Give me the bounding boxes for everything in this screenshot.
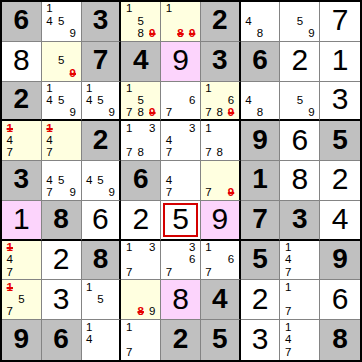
cell-value: 1 xyxy=(252,165,268,193)
crossed-mark-9: 9 xyxy=(67,67,79,79)
pencil-mark-9: 9 xyxy=(306,28,318,40)
pencil-marks: 79 xyxy=(203,162,237,199)
pencil-mark-7: 7 xyxy=(203,106,214,118)
pencil-mark-4: 4 xyxy=(282,334,294,347)
pencil-mark-1: 1 xyxy=(84,321,95,334)
cell-r8c2[interactable]: 3 xyxy=(42,280,82,320)
cell-r3c7[interactable]: 48 xyxy=(241,82,281,122)
empty-mark-slot xyxy=(294,28,306,40)
cell-r3c1[interactable]: 2 xyxy=(2,82,42,122)
empty-mark-slot xyxy=(147,147,159,159)
empty-mark-slot xyxy=(135,281,147,293)
cell-value: 6 xyxy=(92,204,109,234)
empty-mark-slot xyxy=(163,242,175,254)
cell-r2c8[interactable]: 2 xyxy=(280,42,320,82)
cell-r5c3[interactable]: 459 xyxy=(82,161,122,201)
cell-r2c4[interactable]: 4 xyxy=(121,42,161,82)
cell-r6c6[interactable]: 9 xyxy=(201,201,241,241)
sudoku-board: 6145931589189248597859749362121459145915… xyxy=(0,0,362,362)
empty-mark-slot xyxy=(175,242,187,254)
empty-mark-slot xyxy=(306,242,318,254)
cell-value: 2 xyxy=(132,204,149,234)
pencil-marks: 147 xyxy=(282,321,317,359)
cell-value: 2 xyxy=(93,126,109,154)
cell-r1c2[interactable]: 1459 xyxy=(42,2,82,42)
empty-mark-slot xyxy=(135,266,147,278)
empty-mark-slot xyxy=(106,306,117,318)
empty-mark-slot xyxy=(163,15,175,27)
empty-mark-slot xyxy=(55,162,67,174)
cell-r8c3[interactable]: 15 xyxy=(82,280,122,320)
empty-mark-slot xyxy=(147,94,159,106)
pencil-mark-8: 8 xyxy=(135,106,147,118)
cell-r9c6[interactable]: 5 xyxy=(201,320,241,360)
cell-r8c8[interactable]: 17 xyxy=(280,280,320,320)
empty-mark-slot xyxy=(203,94,214,106)
cell-r9c1[interactable]: 9 xyxy=(2,320,42,360)
cell-value: 5 xyxy=(212,325,228,353)
cell-r1c7[interactable]: 48 xyxy=(241,2,281,42)
empty-mark-slot xyxy=(147,294,159,306)
empty-mark-slot xyxy=(175,266,187,278)
cell-value: 1 xyxy=(13,204,30,234)
empty-mark-slot xyxy=(67,162,79,174)
empty-mark-slot xyxy=(175,83,187,95)
cell-r6c5[interactable]: 5 xyxy=(161,201,201,241)
empty-mark-slot xyxy=(203,162,214,174)
cell-r3c5[interactable]: 67 xyxy=(161,82,201,122)
empty-mark-slot xyxy=(16,242,28,254)
cell-r7c5[interactable]: 367 xyxy=(161,241,201,281)
empty-mark-slot xyxy=(175,3,187,15)
cell-r9c4[interactable]: 17 xyxy=(121,320,161,360)
pencil-mark-6: 6 xyxy=(225,254,236,266)
empty-mark-slot xyxy=(163,94,175,106)
empty-mark-slot xyxy=(306,321,318,334)
pencil-marks: 1459 xyxy=(44,3,79,40)
empty-mark-slot xyxy=(294,306,306,318)
empty-mark-slot xyxy=(95,187,106,199)
pencil-mark-9: 9 xyxy=(147,306,159,318)
cell-r9c8[interactable]: 147 xyxy=(280,320,320,360)
empty-mark-slot xyxy=(163,162,175,174)
cell-r4c2[interactable]: 147 xyxy=(42,121,82,161)
empty-mark-slot xyxy=(186,135,198,147)
pencil-marks: 16789 xyxy=(203,83,237,119)
cell-r4c1[interactable]: 147 xyxy=(2,121,42,161)
empty-mark-slot xyxy=(67,147,79,159)
empty-mark-slot xyxy=(147,3,159,15)
pencil-marks: 1459 xyxy=(44,83,79,119)
pencil-mark-4: 4 xyxy=(4,135,16,147)
empty-mark-slot xyxy=(27,306,39,318)
pencil-mark-4: 4 xyxy=(84,334,95,347)
empty-mark-slot xyxy=(147,266,159,278)
cell-r5c2[interactable]: 4579 xyxy=(42,161,82,201)
cell-r3c3[interactable]: 1459 xyxy=(82,82,122,122)
cell-r7c6[interactable]: 167 xyxy=(201,241,241,281)
cell-r4c4[interactable]: 1378 xyxy=(121,121,161,161)
cell-r2c3[interactable]: 7 xyxy=(82,42,122,82)
empty-mark-slot xyxy=(135,135,147,147)
empty-mark-slot xyxy=(95,334,106,347)
empty-mark-slot xyxy=(67,3,79,15)
cell-r5c6[interactable]: 79 xyxy=(201,161,241,201)
empty-mark-slot xyxy=(27,147,39,159)
empty-mark-slot xyxy=(27,254,39,266)
cell-r3c9[interactable]: 3 xyxy=(320,82,360,122)
empty-mark-slot xyxy=(214,174,225,186)
pencil-mark-4: 4 xyxy=(282,254,294,266)
empty-mark-slot xyxy=(123,254,135,266)
pencil-mark-1: 1 xyxy=(123,122,135,134)
pencil-mark-1: 1 xyxy=(123,83,135,95)
pencil-marks: 14 xyxy=(84,321,118,359)
pencil-mark-1: 1 xyxy=(84,83,95,95)
cell-value: 9 xyxy=(211,204,228,234)
empty-mark-slot xyxy=(106,281,117,293)
cell-r4c9[interactable]: 5 xyxy=(320,121,360,161)
pencil-mark-1: 1 xyxy=(163,3,175,15)
empty-mark-slot xyxy=(306,254,318,266)
pencil-marks: 59 xyxy=(44,43,79,80)
cell-value: 7 xyxy=(252,205,268,233)
pencil-mark-1: 1 xyxy=(203,83,214,95)
cell-r2c5[interactable]: 9 xyxy=(161,42,201,82)
cell-r6c9[interactable]: 4 xyxy=(320,201,360,241)
empty-mark-slot xyxy=(106,294,117,306)
pencil-mark-4: 4 xyxy=(163,174,175,186)
pencil-mark-6: 6 xyxy=(186,94,198,106)
cell-r2c1[interactable]: 8 xyxy=(2,42,42,82)
empty-mark-slot xyxy=(186,83,198,95)
pencil-mark-7: 7 xyxy=(4,266,16,278)
empty-mark-slot xyxy=(135,294,147,306)
cell-r9c2[interactable]: 6 xyxy=(42,320,82,360)
empty-mark-slot xyxy=(16,147,28,159)
empty-mark-slot xyxy=(123,306,135,318)
empty-mark-slot xyxy=(4,294,16,306)
cell-r7c9[interactable]: 9 xyxy=(320,241,360,281)
pencil-mark-1: 1 xyxy=(123,321,135,334)
empty-mark-slot xyxy=(44,55,56,67)
pencil-marks: 1459 xyxy=(84,83,118,119)
empty-mark-slot xyxy=(135,334,147,347)
pencil-mark-5: 5 xyxy=(95,294,106,306)
cell-r5c1[interactable]: 3 xyxy=(2,161,42,201)
crossed-mark-9: 9 xyxy=(147,106,159,118)
empty-mark-slot xyxy=(95,306,106,318)
empty-mark-slot xyxy=(306,266,318,278)
empty-mark-slot xyxy=(203,135,214,147)
empty-mark-slot xyxy=(27,294,39,306)
pencil-marks: 167 xyxy=(203,242,237,279)
pencil-mark-7: 7 xyxy=(123,106,135,118)
cell-r4c8[interactable]: 6 xyxy=(280,121,320,161)
empty-mark-slot xyxy=(225,135,236,147)
empty-mark-slot xyxy=(214,254,225,266)
cell-r3c2[interactable]: 1459 xyxy=(42,82,82,122)
pencil-mark-1: 1 xyxy=(282,321,294,334)
cell-r1c9[interactable]: 7 xyxy=(320,2,360,42)
cell-r5c4[interactable]: 6 xyxy=(121,161,161,201)
empty-mark-slot xyxy=(55,106,67,118)
cell-value: 6 xyxy=(133,165,149,193)
cell-r8c1[interactable]: 157 xyxy=(2,280,42,320)
empty-mark-slot xyxy=(84,346,95,359)
cell-r4c6[interactable]: 178 xyxy=(201,121,241,161)
cell-value: 9 xyxy=(14,325,30,353)
pencil-mark-7: 7 xyxy=(203,266,214,278)
cell-r9c9[interactable]: 8 xyxy=(320,320,360,360)
pencil-mark-9: 9 xyxy=(306,106,318,118)
cell-r1c6[interactable]: 2 xyxy=(201,2,241,42)
empty-mark-slot xyxy=(243,83,255,95)
cell-value: 8 xyxy=(13,45,30,75)
pencil-mark-1: 1 xyxy=(44,3,56,15)
empty-mark-slot xyxy=(55,147,67,159)
pencil-marks: 189 xyxy=(163,3,198,40)
cell-r4c5[interactable]: 347 xyxy=(161,121,201,161)
pencil-mark-7: 7 xyxy=(163,187,175,199)
cell-r6c2[interactable]: 8 xyxy=(42,201,82,241)
pencil-mark-1: 1 xyxy=(203,242,214,254)
pencil-mark-5: 5 xyxy=(16,294,28,306)
cell-r8c7[interactable]: 2 xyxy=(241,280,281,320)
pencil-mark-7: 7 xyxy=(4,306,16,318)
empty-mark-slot xyxy=(175,254,187,266)
pencil-marks: 47 xyxy=(163,162,198,199)
cell-value: 8 xyxy=(332,325,348,353)
pencil-mark-5: 5 xyxy=(55,94,67,106)
pencil-mark-7: 7 xyxy=(203,147,214,159)
empty-mark-slot xyxy=(147,254,159,266)
pencil-mark-7: 7 xyxy=(163,147,175,159)
cell-r6c7[interactable]: 7 xyxy=(241,201,281,241)
pencil-mark-7: 7 xyxy=(44,147,56,159)
pencil-mark-7: 7 xyxy=(282,346,294,359)
cell-r3c8[interactable]: 59 xyxy=(280,82,320,122)
empty-mark-slot xyxy=(16,135,28,147)
cell-r4c3[interactable]: 2 xyxy=(82,121,122,161)
pencil-mark-6: 6 xyxy=(225,94,236,106)
cell-value: 8 xyxy=(53,205,69,233)
cell-r7c7[interactable]: 5 xyxy=(241,241,281,281)
cell-r2c7[interactable]: 6 xyxy=(241,42,281,82)
empty-mark-slot xyxy=(55,122,67,134)
pencil-marks: 89 xyxy=(123,281,158,318)
cell-r1c5[interactable]: 189 xyxy=(161,2,201,42)
empty-mark-slot xyxy=(55,67,67,79)
cell-value: 5 xyxy=(252,245,268,273)
pencil-mark-4: 4 xyxy=(44,135,56,147)
pencil-mark-7: 7 xyxy=(123,266,135,278)
empty-mark-slot xyxy=(106,346,117,359)
cell-r1c3[interactable]: 3 xyxy=(82,2,122,42)
cell-r8c9[interactable]: 6 xyxy=(320,280,360,320)
pencil-mark-4: 4 xyxy=(243,94,255,106)
pencil-marks: 137 xyxy=(123,242,158,279)
empty-mark-slot xyxy=(95,162,106,174)
empty-mark-slot xyxy=(95,106,106,118)
cell-value: 2 xyxy=(252,284,269,314)
pencil-mark-4: 4 xyxy=(4,254,16,266)
empty-mark-slot xyxy=(254,15,266,27)
empty-mark-slot xyxy=(214,187,225,199)
empty-mark-slot xyxy=(306,346,318,359)
empty-mark-slot xyxy=(306,306,318,318)
pencil-mark-5: 5 xyxy=(55,55,67,67)
empty-mark-slot xyxy=(266,15,278,27)
empty-mark-slot xyxy=(163,122,175,134)
empty-mark-slot xyxy=(243,28,255,40)
cell-value: 3 xyxy=(53,284,70,314)
empty-mark-slot xyxy=(294,242,306,254)
cell-r8c4[interactable]: 89 xyxy=(121,280,161,320)
empty-mark-slot xyxy=(123,15,135,27)
pencil-mark-8: 8 xyxy=(214,147,225,159)
cell-r2c6[interactable]: 3 xyxy=(201,42,241,82)
empty-mark-slot xyxy=(214,94,225,106)
empty-mark-slot xyxy=(203,254,214,266)
cell-r4c7[interactable]: 9 xyxy=(241,121,281,161)
crossed-mark-8: 8 xyxy=(175,28,187,40)
empty-mark-slot xyxy=(67,135,79,147)
cell-r7c4[interactable]: 137 xyxy=(121,241,161,281)
crossed-mark-8: 8 xyxy=(135,306,147,318)
empty-mark-slot xyxy=(55,3,67,15)
empty-mark-slot xyxy=(254,3,266,15)
pencil-mark-4: 4 xyxy=(44,94,56,106)
empty-mark-slot xyxy=(106,321,117,334)
empty-mark-slot xyxy=(84,306,95,318)
cell-r7c8[interactable]: 147 xyxy=(280,241,320,281)
cell-r7c1[interactable]: 147 xyxy=(2,241,42,281)
cell-r3c4[interactable]: 15789 xyxy=(121,82,161,122)
cell-r9c3[interactable]: 14 xyxy=(82,320,122,360)
empty-mark-slot xyxy=(16,281,28,293)
empty-mark-slot xyxy=(16,266,28,278)
cell-r8c6[interactable]: 4 xyxy=(201,280,241,320)
empty-mark-slot xyxy=(16,306,28,318)
empty-mark-slot xyxy=(294,3,306,15)
empty-mark-slot xyxy=(163,83,175,95)
cell-r9c7[interactable]: 3 xyxy=(241,320,281,360)
cell-r5c9[interactable]: 2 xyxy=(320,161,360,201)
empty-mark-slot xyxy=(214,135,225,147)
pencil-mark-1: 1 xyxy=(84,281,95,293)
empty-mark-slot xyxy=(186,15,198,27)
empty-mark-slot xyxy=(266,83,278,95)
cell-r1c8[interactable]: 59 xyxy=(280,2,320,42)
pencil-marks: 67 xyxy=(163,83,198,119)
pencil-mark-6: 6 xyxy=(186,254,198,266)
empty-mark-slot xyxy=(266,94,278,106)
pencil-mark-1: 1 xyxy=(123,242,135,254)
empty-mark-slot xyxy=(95,321,106,334)
cell-value: 3 xyxy=(252,324,269,354)
empty-mark-slot xyxy=(95,83,106,95)
pencil-mark-1: 1 xyxy=(282,242,294,254)
cell-r1c4[interactable]: 1589 xyxy=(121,2,161,42)
cell-r6c1[interactable]: 1 xyxy=(2,201,42,241)
empty-mark-slot xyxy=(147,321,159,334)
empty-mark-slot xyxy=(55,187,67,199)
pencil-mark-8: 8 xyxy=(254,106,266,118)
empty-mark-slot xyxy=(135,254,147,266)
empty-mark-slot xyxy=(186,174,198,186)
pencil-marks: 4579 xyxy=(44,162,79,199)
pencil-marks: 157 xyxy=(4,281,39,318)
empty-mark-slot xyxy=(186,187,198,199)
empty-mark-slot xyxy=(106,162,117,174)
cell-r1c1[interactable]: 6 xyxy=(2,2,42,42)
empty-mark-slot xyxy=(67,43,79,55)
cell-value: 6 xyxy=(53,325,69,353)
empty-mark-slot xyxy=(243,3,255,15)
pencil-mark-3: 3 xyxy=(147,242,159,254)
cell-r7c3[interactable]: 8 xyxy=(82,241,122,281)
pencil-mark-8: 8 xyxy=(214,106,225,118)
pencil-marks: 17 xyxy=(123,321,158,359)
pencil-mark-1: 1 xyxy=(123,3,135,15)
cell-value: 4 xyxy=(332,204,349,234)
empty-mark-slot xyxy=(95,346,106,359)
cell-value: 9 xyxy=(252,126,268,154)
pencil-marks: 459 xyxy=(84,162,118,199)
pencil-marks: 48 xyxy=(243,83,278,119)
empty-mark-slot xyxy=(163,254,175,266)
cell-r6c3[interactable]: 6 xyxy=(82,201,122,241)
cell-r3c6[interactable]: 16789 xyxy=(201,82,241,122)
empty-mark-slot xyxy=(135,321,147,334)
empty-mark-slot xyxy=(106,94,117,106)
empty-mark-slot xyxy=(306,83,318,95)
pencil-mark-5: 5 xyxy=(55,15,67,27)
cell-value: 3 xyxy=(93,6,109,34)
empty-mark-slot xyxy=(175,15,187,27)
crossed-mark-1: 1 xyxy=(4,122,16,134)
pencil-mark-9: 9 xyxy=(106,106,117,118)
cell-r5c7[interactable]: 1 xyxy=(241,161,281,201)
cell-r8c5[interactable]: 8 xyxy=(161,280,201,320)
empty-mark-slot xyxy=(135,83,147,95)
empty-mark-slot xyxy=(203,174,214,186)
cell-r9c5[interactable]: 2 xyxy=(161,320,201,360)
cell-r6c4[interactable]: 2 xyxy=(121,201,161,241)
cell-r2c2[interactable]: 59 xyxy=(42,42,82,82)
empty-mark-slot xyxy=(214,242,225,254)
cell-r2c9[interactable]: 1 xyxy=(320,42,360,82)
pencil-mark-3: 3 xyxy=(186,242,198,254)
empty-mark-slot xyxy=(294,106,306,118)
cell-r5c8[interactable]: 8 xyxy=(280,161,320,201)
pencil-mark-5: 5 xyxy=(294,94,306,106)
cell-r7c2[interactable]: 2 xyxy=(42,241,82,281)
empty-mark-slot xyxy=(67,122,79,134)
empty-mark-slot xyxy=(135,3,147,15)
cell-r6c8[interactable]: 3 xyxy=(280,201,320,241)
empty-mark-slot xyxy=(306,15,318,27)
pencil-mark-7: 7 xyxy=(163,266,175,278)
pencil-mark-3: 3 xyxy=(186,122,198,134)
empty-mark-slot xyxy=(106,83,117,95)
cell-r5c5[interactable]: 47 xyxy=(161,161,201,201)
empty-mark-slot xyxy=(282,83,294,95)
empty-mark-slot xyxy=(147,346,159,359)
pencil-mark-1: 1 xyxy=(203,122,214,134)
empty-mark-slot xyxy=(186,266,198,278)
